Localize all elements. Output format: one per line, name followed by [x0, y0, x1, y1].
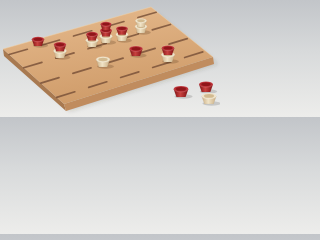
- red-cup-inner: [56, 43, 64, 46]
- red-cup-inner: [176, 87, 186, 91]
- red-cup-inner: [102, 23, 110, 26]
- red-cup-inner: [132, 47, 141, 50]
- cream-cup-inner: [204, 94, 214, 98]
- reserve-piece[interactable]: [202, 93, 220, 106]
- red-cup-inner: [88, 33, 96, 36]
- red-cup-inner: [34, 38, 42, 41]
- pieces-off-board: [174, 81, 220, 105]
- red-cup-inner: [201, 83, 211, 87]
- red-cup-inner: [164, 46, 173, 49]
- reserve-piece[interactable]: [199, 81, 217, 93]
- reserve-piece[interactable]: [174, 86, 193, 99]
- screenshot-root: [0, 0, 220, 117]
- cream-cup-inner: [98, 58, 107, 61]
- cream-cup-inner: [137, 19, 145, 22]
- scene-svg: [0, 0, 220, 117]
- red-cup-inner: [118, 27, 126, 30]
